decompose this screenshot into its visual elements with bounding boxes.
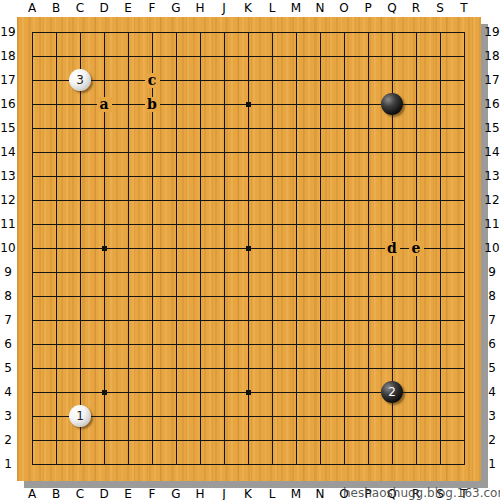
coord-right-1: 1 bbox=[484, 457, 500, 471]
coord-right-19: 19 bbox=[484, 25, 500, 39]
watermark-text: heshaoshugg.blog.163.com bbox=[343, 487, 500, 500]
coord-right-11: 11 bbox=[484, 217, 500, 231]
coord-top-R: R bbox=[412, 1, 420, 15]
coord-left-2: 2 bbox=[0, 433, 16, 447]
coord-left-8: 8 bbox=[0, 289, 16, 303]
stone-white-c17[interactable]: 3 bbox=[69, 69, 91, 91]
coord-left-1: 1 bbox=[0, 457, 16, 471]
coord-top-H: H bbox=[195, 1, 204, 15]
coord-top-F: F bbox=[149, 1, 156, 15]
coord-right-6: 6 bbox=[484, 337, 500, 351]
coord-top-S: S bbox=[436, 1, 444, 15]
stone-white-c3[interactable]: 1 bbox=[69, 405, 91, 427]
coord-bottom-M: M bbox=[291, 487, 301, 500]
coord-top-E: E bbox=[124, 1, 132, 15]
marker-letter-d[interactable]: d bbox=[385, 241, 400, 256]
coord-top-Q: Q bbox=[387, 1, 396, 15]
coord-top-D: D bbox=[99, 1, 108, 15]
coord-left-9: 9 bbox=[0, 265, 16, 279]
coord-left-19: 19 bbox=[0, 25, 16, 39]
coord-right-12: 12 bbox=[484, 193, 500, 207]
coord-top-N: N bbox=[316, 1, 325, 15]
coord-left-14: 14 bbox=[0, 145, 16, 159]
coord-top-O: O bbox=[339, 1, 348, 15]
coord-top-C: C bbox=[76, 1, 84, 15]
coord-right-16: 16 bbox=[484, 97, 500, 111]
marker-letter-e[interactable]: e bbox=[409, 241, 424, 256]
coord-top-L: L bbox=[269, 1, 276, 15]
intersection-grid[interactable]: 123abcde bbox=[20, 20, 476, 476]
stone-black-q16[interactable] bbox=[381, 93, 403, 115]
coord-bottom-E: E bbox=[124, 487, 132, 500]
coord-bottom-F: F bbox=[149, 487, 156, 500]
coord-right-14: 14 bbox=[484, 145, 500, 159]
coord-bottom-A: A bbox=[28, 487, 36, 500]
coord-top-K: K bbox=[244, 1, 252, 15]
coord-left-16: 16 bbox=[0, 97, 16, 111]
coord-top-M: M bbox=[291, 1, 301, 15]
coord-right-3: 3 bbox=[484, 409, 500, 423]
coord-left-7: 7 bbox=[0, 313, 16, 327]
coord-top-J: J bbox=[222, 1, 226, 15]
coord-right-17: 17 bbox=[484, 73, 500, 87]
coord-right-4: 4 bbox=[484, 385, 500, 399]
marker-letter-b[interactable]: b bbox=[145, 97, 160, 112]
coord-top-B: B bbox=[52, 1, 60, 15]
coord-bottom-L: L bbox=[269, 487, 276, 500]
stone-move-number: 2 bbox=[388, 386, 396, 398]
go-diagram: 123abcde AABBCCDDEEFFGGHHJJKKLLMMNNOOPPQ… bbox=[0, 0, 500, 500]
coord-right-18: 18 bbox=[484, 49, 500, 63]
coord-bottom-N: N bbox=[316, 487, 325, 500]
coord-top-A: A bbox=[28, 1, 36, 15]
coord-left-12: 12 bbox=[0, 193, 16, 207]
coord-left-4: 4 bbox=[0, 385, 16, 399]
marker-letter-c[interactable]: c bbox=[145, 73, 160, 88]
coord-top-G: G bbox=[171, 1, 180, 15]
coord-left-13: 13 bbox=[0, 169, 16, 183]
coord-right-9: 9 bbox=[484, 265, 500, 279]
coord-left-6: 6 bbox=[0, 337, 16, 351]
go-board[interactable]: 123abcde bbox=[17, 17, 481, 481]
coord-right-8: 8 bbox=[484, 289, 500, 303]
coord-bottom-K: K bbox=[244, 487, 252, 500]
coord-left-5: 5 bbox=[0, 361, 16, 375]
coord-top-P: P bbox=[364, 1, 371, 15]
stone-move-number: 1 bbox=[76, 410, 84, 422]
coord-left-11: 11 bbox=[0, 217, 16, 231]
coord-right-7: 7 bbox=[484, 313, 500, 327]
coord-bottom-G: G bbox=[171, 487, 180, 500]
coord-left-17: 17 bbox=[0, 73, 16, 87]
coord-right-13: 13 bbox=[484, 169, 500, 183]
coord-bottom-C: C bbox=[76, 487, 84, 500]
coord-bottom-J: J bbox=[222, 487, 226, 500]
coord-left-3: 3 bbox=[0, 409, 16, 423]
coord-right-10: 10 bbox=[484, 241, 500, 255]
coord-left-15: 15 bbox=[0, 121, 16, 135]
coord-bottom-H: H bbox=[195, 487, 204, 500]
coord-top-T: T bbox=[460, 1, 467, 15]
coord-right-2: 2 bbox=[484, 433, 500, 447]
stone-black-q4[interactable]: 2 bbox=[381, 381, 403, 403]
coord-right-5: 5 bbox=[484, 361, 500, 375]
coord-left-10: 10 bbox=[0, 241, 16, 255]
marker-letter-a[interactable]: a bbox=[97, 97, 112, 112]
coord-left-18: 18 bbox=[0, 49, 16, 63]
coord-right-15: 15 bbox=[484, 121, 500, 135]
stone-move-number: 3 bbox=[76, 74, 84, 86]
coord-bottom-B: B bbox=[52, 487, 60, 500]
coord-bottom-D: D bbox=[99, 487, 108, 500]
